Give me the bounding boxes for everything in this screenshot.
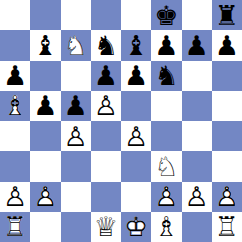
black-pawn[interactable]: ♟ (91, 61, 121, 91)
square-e8[interactable] (121, 0, 151, 30)
white-piece-outline: ♔ (121, 212, 151, 242)
white-knight[interactable]: ♞♘ (151, 151, 181, 181)
square-c3[interactable] (61, 151, 91, 181)
black-knight[interactable]: ♞ (151, 61, 181, 91)
square-f4[interactable] (151, 121, 181, 151)
square-c1[interactable] (61, 212, 91, 242)
square-b3[interactable] (30, 151, 60, 181)
square-c2[interactable] (61, 182, 91, 212)
square-g7[interactable]: ♟ (182, 30, 212, 60)
white-queen[interactable]: ♛♕ (91, 212, 121, 242)
square-c5[interactable]: ♟ (61, 91, 91, 121)
square-h6[interactable] (212, 61, 242, 91)
square-a1[interactable]: ♜♖ (0, 212, 30, 242)
white-piece-outline: ♙ (151, 182, 181, 212)
white-pawn[interactable]: ♟♙ (212, 182, 242, 212)
black-rook[interactable]: ♜ (212, 0, 242, 30)
white-piece-outline: ♙ (30, 182, 60, 212)
square-a6[interactable]: ♟ (0, 61, 30, 91)
square-g4[interactable] (182, 121, 212, 151)
square-h7[interactable]: ♟ (212, 30, 242, 60)
black-bishop[interactable]: ♝ (30, 30, 60, 60)
white-piece-outline: ♙ (0, 182, 30, 212)
square-f7[interactable]: ♟ (151, 30, 181, 60)
square-e3[interactable] (121, 151, 151, 181)
square-d7[interactable]: ♞ (91, 30, 121, 60)
square-b5[interactable]: ♟ (30, 91, 60, 121)
white-piece-outline: ♘ (151, 151, 181, 181)
square-a5[interactable]: ♝♗ (0, 91, 30, 121)
square-a4[interactable] (0, 121, 30, 151)
white-piece-outline: ♙ (61, 121, 91, 151)
square-g6[interactable] (182, 61, 212, 91)
square-g1[interactable] (182, 212, 212, 242)
square-e6[interactable]: ♟ (121, 61, 151, 91)
square-d6[interactable]: ♟ (91, 61, 121, 91)
white-piece-outline: ♕ (91, 212, 121, 242)
white-rook[interactable]: ♜♖ (212, 212, 242, 242)
white-bishop[interactable]: ♝♗ (151, 212, 181, 242)
white-pawn[interactable]: ♟♙ (121, 121, 151, 151)
square-f8[interactable]: ♚ (151, 0, 181, 30)
square-h4[interactable] (212, 121, 242, 151)
white-piece-outline: ♙ (121, 121, 151, 151)
square-g5[interactable] (182, 91, 212, 121)
black-pawn[interactable]: ♟ (61, 91, 91, 121)
square-h2[interactable]: ♟♙ (212, 182, 242, 212)
square-b6[interactable] (30, 61, 60, 91)
square-g8[interactable] (182, 0, 212, 30)
square-e1[interactable]: ♚♔ (121, 212, 151, 242)
square-d1[interactable]: ♛♕ (91, 212, 121, 242)
white-king[interactable]: ♚♔ (121, 212, 151, 242)
square-c8[interactable] (61, 0, 91, 30)
white-piece-outline: ♖ (0, 212, 30, 242)
square-a2[interactable]: ♟♙ (0, 182, 30, 212)
white-piece-outline: ♗ (0, 91, 30, 121)
black-king[interactable]: ♚ (151, 0, 181, 30)
square-b2[interactable]: ♟♙ (30, 182, 60, 212)
black-pawn[interactable]: ♟ (212, 30, 242, 60)
white-piece-outline: ♙ (212, 182, 242, 212)
square-d4[interactable] (91, 121, 121, 151)
square-d5[interactable]: ♟♙ (91, 91, 121, 121)
square-c6[interactable] (61, 61, 91, 91)
square-h3[interactable] (212, 151, 242, 181)
square-a8[interactable] (0, 0, 30, 30)
white-bishop[interactable]: ♝♗ (0, 91, 30, 121)
square-f5[interactable] (151, 91, 181, 121)
square-b4[interactable] (30, 121, 60, 151)
square-h5[interactable] (212, 91, 242, 121)
white-pawn[interactable]: ♟♙ (182, 182, 212, 212)
square-f6[interactable]: ♞ (151, 61, 181, 91)
square-e4[interactable]: ♟♙ (121, 121, 151, 151)
white-rook[interactable]: ♜♖ (0, 212, 30, 242)
square-f2[interactable]: ♟♙ (151, 182, 181, 212)
square-b8[interactable] (30, 0, 60, 30)
square-h8[interactable]: ♜ (212, 0, 242, 30)
black-pawn[interactable]: ♟ (30, 91, 60, 121)
black-pawn[interactable]: ♟ (121, 61, 151, 91)
white-knight[interactable]: ♞♘ (61, 30, 91, 60)
white-piece-outline: ♙ (182, 182, 212, 212)
square-a3[interactable] (0, 151, 30, 181)
square-d2[interactable] (91, 182, 121, 212)
white-piece-outline: ♗ (151, 212, 181, 242)
black-pawn[interactable]: ♟ (182, 30, 212, 60)
square-c7[interactable]: ♞♘ (61, 30, 91, 60)
square-f1[interactable]: ♝♗ (151, 212, 181, 242)
white-pawn[interactable]: ♟♙ (91, 91, 121, 121)
white-piece-outline: ♖ (212, 212, 242, 242)
black-bishop[interactable]: ♝ (121, 30, 151, 60)
square-f3[interactable]: ♞♘ (151, 151, 181, 181)
white-pawn[interactable]: ♟♙ (151, 182, 181, 212)
chess-board: ♚♜♝♞♘♞♝♟♟♟♟♟♟♞♝♗♟♟♟♙♟♙♟♙♞♘♟♙♟♙♟♙♟♙♟♙♜♖♛♕… (0, 0, 242, 242)
square-a7[interactable] (0, 30, 30, 60)
square-e7[interactable]: ♝ (121, 30, 151, 60)
square-g3[interactable] (182, 151, 212, 181)
white-pawn[interactable]: ♟♙ (0, 182, 30, 212)
square-c4[interactable]: ♟♙ (61, 121, 91, 151)
square-d3[interactable] (91, 151, 121, 181)
white-piece-outline: ♙ (91, 91, 121, 121)
square-b7[interactable]: ♝ (30, 30, 60, 60)
square-g2[interactable]: ♟♙ (182, 182, 212, 212)
black-knight[interactable]: ♞ (91, 30, 121, 60)
square-e5[interactable] (121, 91, 151, 121)
square-d8[interactable] (91, 0, 121, 30)
white-pawn[interactable]: ♟♙ (30, 182, 60, 212)
square-b1[interactable] (30, 212, 60, 242)
black-pawn[interactable]: ♟ (151, 30, 181, 60)
black-pawn[interactable]: ♟ (0, 61, 30, 91)
square-e2[interactable] (121, 182, 151, 212)
white-piece-outline: ♘ (61, 30, 91, 60)
white-pawn[interactable]: ♟♙ (61, 121, 91, 151)
square-h1[interactable]: ♜♖ (212, 212, 242, 242)
